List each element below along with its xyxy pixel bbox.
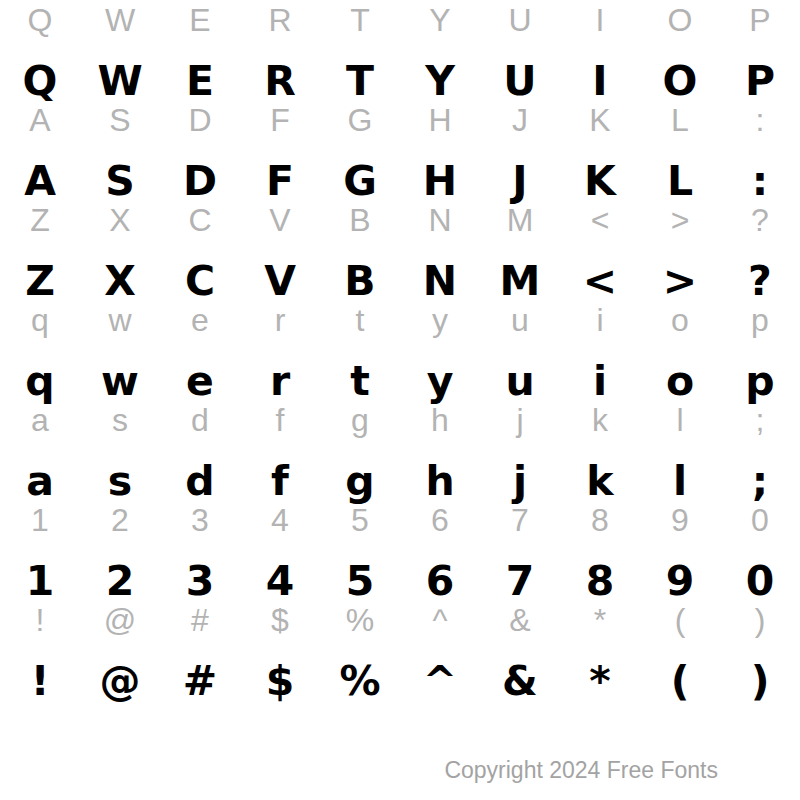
reference-glyph: @ <box>80 600 160 640</box>
specimen-glyph: p <box>720 358 800 404</box>
specimen-glyph: y <box>400 358 480 404</box>
reference-glyph: 1 <box>0 500 80 540</box>
specimen-glyph: k <box>560 458 640 504</box>
specimen-glyph: 8 <box>560 558 640 604</box>
reference-glyph: d <box>160 400 240 440</box>
reference-glyph: y <box>400 300 480 340</box>
specimen-glyph: J <box>480 158 560 204</box>
specimen-glyph: T <box>320 58 400 104</box>
specimen-glyph: ! <box>0 658 80 704</box>
specimen-glyph: 2 <box>80 558 160 604</box>
reference-glyph: Y <box>400 0 480 40</box>
specimen-glyph: * <box>560 658 640 704</box>
reference-glyph: ) <box>720 600 800 640</box>
section-lowercase-top-row: qwertyuiopqwertyuiop <box>0 300 800 400</box>
reference-glyph: r <box>240 300 320 340</box>
reference-glyph: E <box>160 0 240 40</box>
reference-glyph: ? <box>720 200 800 240</box>
character-grid: QWERTYUIOPQWERTYUIOPASDFGHJKL:ASDFGHJKL:… <box>0 0 800 700</box>
specimen-glyph: H <box>400 158 480 204</box>
specimen-glyph: P <box>720 58 800 104</box>
specimen-glyph: g <box>320 458 400 504</box>
reference-glyph: : <box>720 100 800 140</box>
section-lowercase-home-row: asdfghjkl;asdfghjkl; <box>0 400 800 500</box>
reference-glyph: $ <box>240 600 320 640</box>
reference-glyph: j <box>480 400 560 440</box>
section-symbols-row: !@#$%^&*()!@#$%^&*() <box>0 600 800 700</box>
specimen-glyph: $ <box>240 658 320 704</box>
specimen-glyph: L <box>640 158 720 204</box>
specimen-glyph: I <box>560 58 640 104</box>
reference-glyph: l <box>640 400 720 440</box>
specimen-glyph: A <box>0 158 80 204</box>
reference-glyph: K <box>560 100 640 140</box>
reference-glyph: u <box>480 300 560 340</box>
specimen-glyph: B <box>320 258 400 304</box>
specimen-row-lowercase-top-row: qwertyuiop <box>0 358 800 404</box>
reference-glyph: Q <box>0 0 80 40</box>
reference-glyph: 4 <box>240 500 320 540</box>
specimen-glyph: 6 <box>400 558 480 604</box>
reference-glyph: A <box>0 100 80 140</box>
specimen-glyph: d <box>160 458 240 504</box>
specimen-glyph: U <box>480 58 560 104</box>
specimen-glyph: C <box>160 258 240 304</box>
reference-glyph: ! <box>0 600 80 640</box>
reference-glyph: # <box>160 600 240 640</box>
specimen-glyph: 4 <box>240 558 320 604</box>
reference-glyph: k <box>560 400 640 440</box>
specimen-glyph: o <box>640 358 720 404</box>
specimen-glyph: ^ <box>400 658 480 704</box>
specimen-glyph: 5 <box>320 558 400 604</box>
specimen-glyph: % <box>320 658 400 704</box>
reference-glyph: * <box>560 600 640 640</box>
reference-glyph: o <box>640 300 720 340</box>
specimen-glyph: 7 <box>480 558 560 604</box>
specimen-row-symbols-row: !@#$%^&*() <box>0 658 800 704</box>
reference-glyph: X <box>80 200 160 240</box>
reference-glyph: t <box>320 300 400 340</box>
reference-glyph: w <box>80 300 160 340</box>
section-uppercase-bottom-row: ZXCVBNM<>?ZXCVBNM<>? <box>0 200 800 300</box>
reference-row-lowercase-top-row: qwertyuiop <box>0 300 800 340</box>
reference-glyph: g <box>320 400 400 440</box>
reference-glyph: < <box>560 200 640 240</box>
specimen-glyph: a <box>0 458 80 504</box>
specimen-glyph: Z <box>0 258 80 304</box>
reference-glyph: 8 <box>560 500 640 540</box>
reference-row-uppercase-top-row: QWERTYUIOP <box>0 0 800 40</box>
specimen-glyph: F <box>240 158 320 204</box>
specimen-glyph: 9 <box>640 558 720 604</box>
reference-glyph: 5 <box>320 500 400 540</box>
specimen-glyph: s <box>80 458 160 504</box>
section-uppercase-home-row: ASDFGHJKL:ASDFGHJKL: <box>0 100 800 200</box>
specimen-glyph: u <box>480 358 560 404</box>
specimen-glyph: ; <box>720 458 800 504</box>
reference-glyph: 9 <box>640 500 720 540</box>
reference-glyph: 0 <box>720 500 800 540</box>
reference-glyph: % <box>320 600 400 640</box>
specimen-glyph: 3 <box>160 558 240 604</box>
reference-glyph: R <box>240 0 320 40</box>
specimen-glyph: M <box>480 258 560 304</box>
reference-glyph: & <box>480 600 560 640</box>
copyright-text: Copyright 2024 Free Fonts <box>444 756 718 784</box>
reference-glyph: 3 <box>160 500 240 540</box>
reference-glyph: N <box>400 200 480 240</box>
specimen-row-uppercase-bottom-row: ZXCVBNM<>? <box>0 258 800 304</box>
specimen-glyph: : <box>720 158 800 204</box>
reference-glyph: U <box>480 0 560 40</box>
reference-glyph: B <box>320 200 400 240</box>
reference-glyph: a <box>0 400 80 440</box>
specimen-glyph: i <box>560 358 640 404</box>
reference-glyph: G <box>320 100 400 140</box>
specimen-glyph: G <box>320 158 400 204</box>
reference-glyph: S <box>80 100 160 140</box>
reference-row-symbols-row: !@#$%^&*() <box>0 600 800 640</box>
specimen-glyph: X <box>80 258 160 304</box>
specimen-glyph: h <box>400 458 480 504</box>
reference-glyph: s <box>80 400 160 440</box>
specimen-glyph: E <box>160 58 240 104</box>
section-digits-row: 12345678901234567890 <box>0 500 800 600</box>
reference-glyph: 6 <box>400 500 480 540</box>
specimen-glyph: ) <box>720 658 800 704</box>
reference-glyph: f <box>240 400 320 440</box>
specimen-glyph: 1 <box>0 558 80 604</box>
specimen-glyph: @ <box>80 658 160 704</box>
specimen-glyph: Y <box>400 58 480 104</box>
reference-glyph: p <box>720 300 800 340</box>
reference-glyph: O <box>640 0 720 40</box>
reference-glyph: I <box>560 0 640 40</box>
specimen-glyph: t <box>320 358 400 404</box>
specimen-glyph: > <box>640 258 720 304</box>
reference-glyph: H <box>400 100 480 140</box>
specimen-glyph: j <box>480 458 560 504</box>
reference-glyph: > <box>640 200 720 240</box>
specimen-glyph: D <box>160 158 240 204</box>
font-specimen-sheet: QWERTYUIOPQWERTYUIOPASDFGHJKL:ASDFGHJKL:… <box>0 0 800 800</box>
reference-glyph: J <box>480 100 560 140</box>
reference-glyph: L <box>640 100 720 140</box>
specimen-glyph: 0 <box>720 558 800 604</box>
specimen-glyph: S <box>80 158 160 204</box>
specimen-row-lowercase-home-row: asdfghjkl; <box>0 458 800 504</box>
reference-glyph: W <box>80 0 160 40</box>
reference-glyph: T <box>320 0 400 40</box>
specimen-glyph: w <box>80 358 160 404</box>
reference-glyph: 7 <box>480 500 560 540</box>
specimen-glyph: < <box>560 258 640 304</box>
specimen-glyph: e <box>160 358 240 404</box>
specimen-glyph: q <box>0 358 80 404</box>
specimen-glyph: O <box>640 58 720 104</box>
specimen-glyph: r <box>240 358 320 404</box>
specimen-glyph: W <box>80 58 160 104</box>
specimen-glyph: K <box>560 158 640 204</box>
specimen-glyph: # <box>160 658 240 704</box>
specimen-glyph: f <box>240 458 320 504</box>
specimen-glyph: N <box>400 258 480 304</box>
reference-row-uppercase-bottom-row: ZXCVBNM<>? <box>0 200 800 240</box>
reference-glyph: Z <box>0 200 80 240</box>
reference-glyph: P <box>720 0 800 40</box>
reference-glyph: i <box>560 300 640 340</box>
specimen-row-uppercase-home-row: ASDFGHJKL: <box>0 158 800 204</box>
reference-glyph: ^ <box>400 600 480 640</box>
reference-glyph: q <box>0 300 80 340</box>
reference-glyph: 2 <box>80 500 160 540</box>
reference-glyph: h <box>400 400 480 440</box>
reference-glyph: e <box>160 300 240 340</box>
reference-glyph: C <box>160 200 240 240</box>
specimen-glyph: V <box>240 258 320 304</box>
specimen-glyph: R <box>240 58 320 104</box>
reference-glyph: ( <box>640 600 720 640</box>
reference-glyph: D <box>160 100 240 140</box>
specimen-glyph: Q <box>0 58 80 104</box>
reference-row-lowercase-home-row: asdfghjkl; <box>0 400 800 440</box>
specimen-glyph: ( <box>640 658 720 704</box>
reference-glyph: M <box>480 200 560 240</box>
specimen-glyph: ? <box>720 258 800 304</box>
reference-glyph: ; <box>720 400 800 440</box>
reference-row-digits-row: 1234567890 <box>0 500 800 540</box>
specimen-glyph: l <box>640 458 720 504</box>
specimen-row-uppercase-top-row: QWERTYUIOP <box>0 58 800 104</box>
section-uppercase-top-row: QWERTYUIOPQWERTYUIOP <box>0 0 800 100</box>
reference-glyph: F <box>240 100 320 140</box>
specimen-glyph: & <box>480 658 560 704</box>
reference-row-uppercase-home-row: ASDFGHJKL: <box>0 100 800 140</box>
specimen-row-digits-row: 1234567890 <box>0 558 800 604</box>
reference-glyph: V <box>240 200 320 240</box>
